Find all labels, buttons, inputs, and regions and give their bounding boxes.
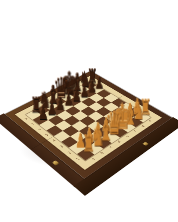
rank-label: 6 [38, 128, 42, 131]
file-label: a [91, 158, 96, 161]
file-label: e [125, 135, 129, 138]
rank-label: 7 [31, 123, 35, 126]
piece-black-pawn[interactable]: ♟ [37, 104, 47, 121]
product-photo-page: { "game": "chess", "scene": { "type": "p… [0, 0, 178, 222]
rank-label: 5 [45, 133, 49, 136]
piece-white-rook[interactable]: ♜ [82, 134, 95, 156]
file-label: d [117, 141, 122, 144]
brass-latch-icon [52, 161, 58, 166]
file-label: c [108, 146, 112, 149]
photo-stage: ♜♞♝♛♚♝♞♜♟♟♟♟♟♟♟♟♟♟♟♟♟♟♟♟♜♞♝♛♚♝♞♜ abcdefg… [0, 0, 178, 222]
file-label: b [100, 152, 105, 155]
file-label: h [148, 120, 152, 123]
scene: ♜♞♝♛♚♝♞♜♟♟♟♟♟♟♟♟♟♟♟♟♟♟♟♟♜♞♝♛♚♝♞♜ abcdefg… [0, 0, 178, 222]
rank-label: 2 [67, 151, 72, 154]
rank-label: 1 [75, 157, 80, 160]
rank-label: 4 [52, 139, 56, 142]
file-label: g [140, 125, 144, 128]
chess-board: ♜♞♝♛♚♝♞♜♟♟♟♟♟♟♟♟♟♟♟♟♟♟♟♟♜♞♝♛♚♝♞♜ abcdefg… [5, 71, 172, 179]
file-label: f [133, 130, 137, 132]
rank-label: 3 [59, 145, 63, 148]
brass-latch-icon [142, 142, 148, 146]
board-frame: ♜♞♝♛♚♝♞♜♟♟♟♟♟♟♟♟♟♟♟♟♟♟♟♟♜♞♝♛♚♝♞♜ abcdefg… [5, 71, 172, 179]
rank-label: 8 [24, 117, 28, 120]
